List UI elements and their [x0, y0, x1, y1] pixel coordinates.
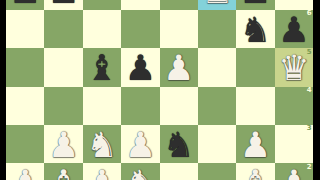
square-a4[interactable] [6, 87, 44, 125]
white-pawn-b3[interactable]: ♟ [44, 125, 82, 163]
white-knight-c3[interactable]: ♞ [83, 125, 121, 163]
square-b5[interactable] [44, 48, 82, 86]
square-h3[interactable]: 3 [275, 125, 313, 163]
square-c5[interactable]: ♝ [83, 48, 121, 86]
square-b4[interactable] [44, 87, 82, 125]
black-pawn-g7[interactable]: ♟ [236, 0, 274, 10]
white-bishop-g2[interactable]: ♝ [236, 163, 274, 180]
square-e7[interactable] [160, 0, 198, 10]
square-g2[interactable]: ♝ [236, 163, 274, 180]
square-c6[interactable] [83, 10, 121, 48]
letterbox-right [313, 0, 320, 180]
square-b3[interactable]: ♟ [44, 125, 82, 163]
black-bishop-c5[interactable]: ♝ [83, 48, 121, 86]
square-h4[interactable]: 4 [275, 87, 313, 125]
square-c4[interactable] [83, 87, 121, 125]
white-pawn-e5[interactable]: ♟ [160, 48, 198, 86]
square-g3[interactable]: ♟ [236, 125, 274, 163]
square-b7[interactable]: ♟ [44, 0, 82, 10]
square-f4[interactable] [198, 87, 236, 125]
black-knight-g6[interactable]: ♞ [236, 10, 274, 48]
square-b6[interactable] [44, 10, 82, 48]
rank-label-3: 3 [307, 125, 312, 132]
square-c7[interactable] [83, 0, 121, 10]
rank-label-2: 2 [307, 164, 312, 171]
square-h6[interactable]: ♟6 [275, 10, 313, 48]
white-pawn-g3[interactable]: ♟ [236, 125, 274, 163]
rank-label-4: 4 [307, 87, 312, 94]
black-pawn-b7[interactable]: ♟ [44, 0, 82, 10]
square-e6[interactable] [160, 10, 198, 48]
square-g4[interactable] [236, 87, 274, 125]
square-d6[interactable] [121, 10, 159, 48]
square-a5[interactable] [6, 48, 44, 86]
square-a7[interactable]: ♟ [6, 0, 44, 10]
square-d2[interactable]: ♞ [121, 163, 159, 180]
rank-label-6: 6 [307, 10, 312, 17]
square-d5[interactable]: ♟ [121, 48, 159, 86]
square-e4[interactable] [160, 87, 198, 125]
white-pawn-c2[interactable]: ♟ [83, 163, 121, 180]
white-rook-f7[interactable]: ♜ [198, 0, 236, 10]
square-d4[interactable] [121, 87, 159, 125]
square-a2[interactable]: ♟ [6, 163, 44, 180]
square-e2[interactable] [160, 163, 198, 180]
square-a3[interactable] [6, 125, 44, 163]
black-knight-e3[interactable]: ♞ [160, 125, 198, 163]
square-e5[interactable]: ♟ [160, 48, 198, 86]
square-a6[interactable] [6, 10, 44, 48]
square-c2[interactable]: ♟ [83, 163, 121, 180]
chess-app-screenshot: ♟♟♜♟♞♟6♝♟♟♛54♟♞♟♞♟3♟♝♟♞♝♟2 [0, 0, 320, 180]
square-f3[interactable] [198, 125, 236, 163]
white-pawn-a2[interactable]: ♟ [6, 163, 44, 180]
letterbox-left [0, 0, 6, 180]
square-g7[interactable]: ♟ [236, 0, 274, 10]
square-e3[interactable]: ♞ [160, 125, 198, 163]
square-c3[interactable]: ♞ [83, 125, 121, 163]
chess-board[interactable]: ♟♟♜♟♞♟6♝♟♟♛54♟♞♟♞♟3♟♝♟♞♝♟2 [6, 0, 313, 180]
square-f7[interactable]: ♜ [198, 0, 236, 10]
black-pawn-d5[interactable]: ♟ [121, 48, 159, 86]
square-b2[interactable]: ♝ [44, 163, 82, 180]
square-h5[interactable]: ♛5 [275, 48, 313, 86]
square-g5[interactable] [236, 48, 274, 86]
square-f2[interactable] [198, 163, 236, 180]
square-d7[interactable] [121, 0, 159, 10]
square-g6[interactable]: ♞ [236, 10, 274, 48]
square-h2[interactable]: ♟2 [275, 163, 313, 180]
rank-label-5: 5 [307, 49, 312, 56]
white-knight-d2[interactable]: ♞ [121, 163, 159, 180]
square-d3[interactable]: ♟ [121, 125, 159, 163]
black-pawn-a7[interactable]: ♟ [6, 0, 44, 10]
square-f5[interactable] [198, 48, 236, 86]
white-bishop-b2[interactable]: ♝ [44, 163, 82, 180]
white-pawn-d3[interactable]: ♟ [121, 125, 159, 163]
square-f6[interactable] [198, 10, 236, 48]
